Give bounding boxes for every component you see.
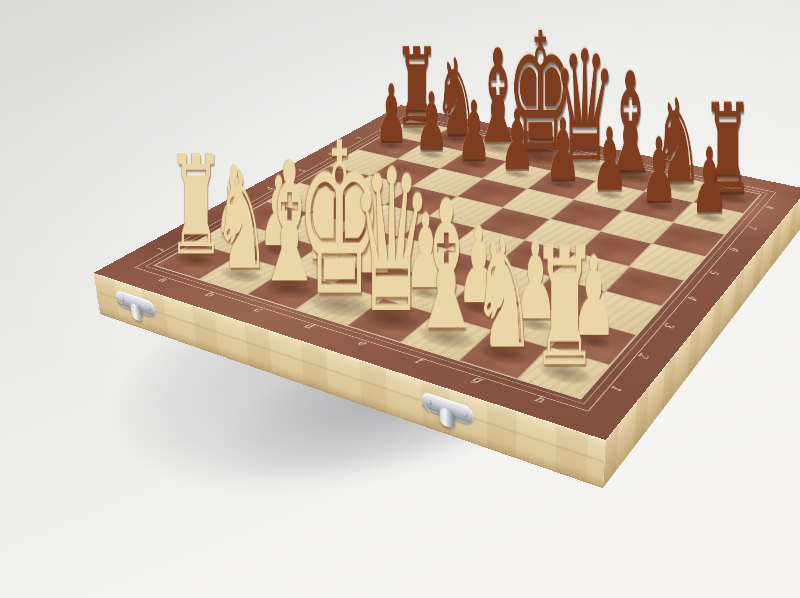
file-label-g: g	[469, 374, 485, 384]
file-label-e: e	[354, 338, 370, 347]
pawn-icon: ♟	[590, 117, 630, 204]
photo-background: abcdefgh1122334455667788♜♞♝♚♛♝♞♜♟♟♟♟♟♟♟♟…	[0, 0, 800, 598]
pawn-icon: ♟	[543, 108, 582, 193]
rank-label-8-right: 8	[762, 204, 776, 209]
pawn-icon: ♟	[455, 91, 493, 173]
file-label-f: f	[412, 356, 425, 365]
rank-label-6-right: 6	[726, 246, 742, 252]
file-label-d: d	[301, 321, 317, 330]
file-label-a: a	[155, 276, 171, 284]
rank-label-4-right: 4	[684, 294, 701, 301]
metal-clasp-front	[421, 389, 473, 438]
perspective-scene: abcdefgh1122334455667788♜♞♝♚♛♝♞♜♟♟♟♟♟♟♟♟…	[0, 0, 800, 598]
rank-label-5-right: 5	[706, 269, 722, 276]
rook-icon: ♜	[527, 227, 602, 389]
rank-label-1-right: 1	[606, 384, 625, 393]
chess-board-box: abcdefgh1122334455667788♜♞♝♚♛♝♞♜♟♟♟♟♟♟♟♟…	[94, 105, 800, 440]
pawn-icon: ♟	[638, 127, 679, 216]
pawn-icon: ♟	[498, 99, 536, 183]
rank-label-7-right: 7	[745, 224, 760, 230]
rank-label-2-right: 2	[635, 351, 653, 359]
file-label-h: h	[531, 394, 547, 405]
file-label-b: b	[201, 290, 217, 298]
pawn-icon: ♟	[689, 137, 731, 227]
rank-label-3-right: 3	[660, 322, 678, 330]
metal-clasp-left	[115, 287, 158, 328]
file-label-c: c	[250, 306, 265, 314]
